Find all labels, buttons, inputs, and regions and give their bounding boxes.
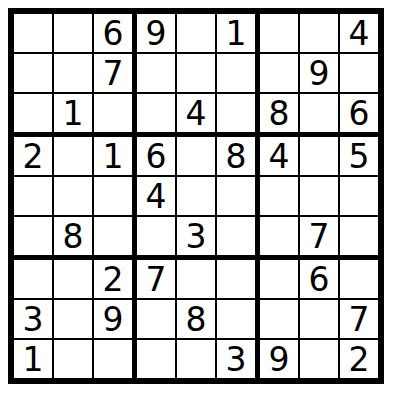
cell-r1c2[interactable] [54, 14, 94, 54]
cell-r3c8[interactable] [300, 94, 340, 137]
cell-r8c8[interactable] [300, 300, 340, 340]
cell-r9c3[interactable] [94, 340, 137, 378]
cell-r8c3: 9 [94, 300, 137, 340]
cell-r5c6[interactable] [217, 177, 260, 217]
cell-r7c5[interactable] [177, 260, 217, 300]
cell-r2c1[interactable] [14, 54, 54, 94]
cell-r3c6[interactable] [217, 94, 260, 137]
cell-r7c6[interactable] [217, 260, 260, 300]
cell-r4c6: 8 [217, 137, 260, 177]
cell-r6c7[interactable] [260, 217, 300, 260]
cell-r1c1[interactable] [14, 14, 54, 54]
cell-r1c5[interactable] [177, 14, 217, 54]
cell-r2c5[interactable] [177, 54, 217, 94]
cell-r5c1[interactable] [14, 177, 54, 217]
cell-r9c9: 2 [340, 340, 378, 378]
cell-r3c2: 1 [54, 94, 94, 137]
cell-r7c2[interactable] [54, 260, 94, 300]
sudoku-page: 6914791486216845483727639871392 [0, 0, 401, 401]
cell-r8c7[interactable] [260, 300, 300, 340]
cell-r5c5[interactable] [177, 177, 217, 217]
cell-r8c2[interactable] [54, 300, 94, 340]
cell-r7c8: 6 [300, 260, 340, 300]
cell-r9c7: 9 [260, 340, 300, 378]
cell-r8c6[interactable] [217, 300, 260, 340]
cell-r3c7: 8 [260, 94, 300, 137]
cell-r8c4[interactable] [137, 300, 177, 340]
cell-r5c2[interactable] [54, 177, 94, 217]
cell-r2c7[interactable] [260, 54, 300, 94]
cell-r2c4[interactable] [137, 54, 177, 94]
cell-r7c3: 2 [94, 260, 137, 300]
cell-r9c4[interactable] [137, 340, 177, 378]
cell-r7c1[interactable] [14, 260, 54, 300]
cell-r5c3[interactable] [94, 177, 137, 217]
cell-r2c9[interactable] [340, 54, 378, 94]
cell-r2c3: 7 [94, 54, 137, 94]
cell-r1c4: 9 [137, 14, 177, 54]
cell-r2c6[interactable] [217, 54, 260, 94]
cell-r3c9: 6 [340, 94, 378, 137]
cell-r9c8[interactable] [300, 340, 340, 378]
cell-r4c1: 2 [14, 137, 54, 177]
cell-r6c1[interactable] [14, 217, 54, 260]
cell-r6c5: 3 [177, 217, 217, 260]
cell-r8c5: 8 [177, 300, 217, 340]
cell-r9c1: 1 [14, 340, 54, 378]
cell-r1c7[interactable] [260, 14, 300, 54]
cell-r6c3[interactable] [94, 217, 137, 260]
cell-r5c9[interactable] [340, 177, 378, 217]
cell-r4c3: 1 [94, 137, 137, 177]
cell-r5c8[interactable] [300, 177, 340, 217]
cell-r3c3[interactable] [94, 94, 137, 137]
cell-r7c7[interactable] [260, 260, 300, 300]
cell-r6c2: 8 [54, 217, 94, 260]
cell-r4c9: 5 [340, 137, 378, 177]
cell-r8c1: 3 [14, 300, 54, 340]
cell-r3c5: 4 [177, 94, 217, 137]
cell-r5c7[interactable] [260, 177, 300, 217]
cell-r1c3: 6 [94, 14, 137, 54]
cell-r1c9: 4 [340, 14, 378, 54]
cell-r7c9[interactable] [340, 260, 378, 300]
cell-r6c4[interactable] [137, 217, 177, 260]
cell-r3c4[interactable] [137, 94, 177, 137]
cell-r6c8: 7 [300, 217, 340, 260]
cell-r4c8[interactable] [300, 137, 340, 177]
cell-r9c5[interactable] [177, 340, 217, 378]
cell-r2c8: 9 [300, 54, 340, 94]
cell-r4c5[interactable] [177, 137, 217, 177]
sudoku-board: 6914791486216845483727639871392 [8, 8, 384, 384]
cell-r3c1[interactable] [14, 94, 54, 137]
cell-r9c6: 3 [217, 340, 260, 378]
cell-r4c7: 4 [260, 137, 300, 177]
cell-r1c8[interactable] [300, 14, 340, 54]
cell-r6c9[interactable] [340, 217, 378, 260]
cell-r4c4: 6 [137, 137, 177, 177]
cell-r8c9: 7 [340, 300, 378, 340]
cell-r9c2[interactable] [54, 340, 94, 378]
cell-r7c4: 7 [137, 260, 177, 300]
cell-r1c6: 1 [217, 14, 260, 54]
cell-r5c4: 4 [137, 177, 177, 217]
cell-r6c6[interactable] [217, 217, 260, 260]
cell-r2c2[interactable] [54, 54, 94, 94]
cell-r4c2[interactable] [54, 137, 94, 177]
